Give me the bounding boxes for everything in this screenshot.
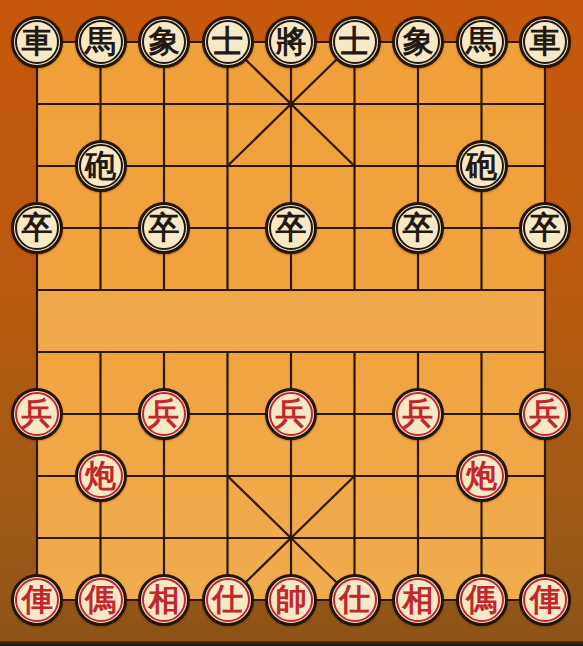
piece-character: 兵 [22,398,53,429]
piece-red-soldier[interactable]: 兵 [265,388,317,440]
piece-character: 卒 [149,212,180,243]
piece-black-soldier[interactable]: 卒 [138,202,190,254]
piece-black-elephant[interactable]: 象 [392,16,444,68]
piece-black-advisor[interactable]: 士 [202,16,254,68]
piece-red-general[interactable]: 帥 [265,574,317,626]
piece-red-advisor[interactable]: 仕 [329,574,381,626]
piece-character: 俥 [22,584,53,615]
piece-character: 馬 [466,26,497,57]
piece-black-cannon[interactable]: 砲 [75,140,127,192]
piece-character: 炮 [466,460,497,491]
piece-red-horse[interactable]: 傌 [456,574,508,626]
piece-black-horse[interactable]: 馬 [456,16,508,68]
piece-character: 卒 [276,212,307,243]
piece-red-cannon[interactable]: 炮 [456,450,508,502]
piece-character: 仕 [212,584,243,615]
piece-character: 士 [339,26,370,57]
piece-red-advisor[interactable]: 仕 [202,574,254,626]
piece-character: 俥 [530,584,561,615]
piece-black-soldier[interactable]: 卒 [519,202,571,254]
piece-black-soldier[interactable]: 卒 [265,202,317,254]
piece-character: 象 [149,26,180,57]
piece-character: 車 [530,26,561,57]
piece-black-general[interactable]: 將 [265,16,317,68]
piece-character: 炮 [85,460,116,491]
piece-black-soldier[interactable]: 卒 [392,202,444,254]
piece-character: 士 [212,26,243,57]
piece-black-chariot[interactable]: 車 [11,16,63,68]
piece-character: 兵 [530,398,561,429]
piece-character: 相 [403,584,434,615]
piece-red-chariot[interactable]: 俥 [11,574,63,626]
piece-black-elephant[interactable]: 象 [138,16,190,68]
piece-character: 兵 [276,398,307,429]
piece-red-soldier[interactable]: 兵 [519,388,571,440]
piece-black-cannon[interactable]: 砲 [456,140,508,192]
piece-black-chariot[interactable]: 車 [519,16,571,68]
piece-black-soldier[interactable]: 卒 [11,202,63,254]
piece-character: 砲 [85,150,116,181]
piece-character: 仕 [339,584,370,615]
piece-red-elephant[interactable]: 相 [392,574,444,626]
piece-character: 砲 [466,150,497,181]
piece-red-elephant[interactable]: 相 [138,574,190,626]
piece-character: 傌 [466,584,497,615]
piece-red-cannon[interactable]: 炮 [75,450,127,502]
piece-black-advisor[interactable]: 士 [329,16,381,68]
bottom-edge-shadow [0,641,583,646]
piece-red-soldier[interactable]: 兵 [392,388,444,440]
piece-black-horse[interactable]: 馬 [75,16,127,68]
piece-red-soldier[interactable]: 兵 [11,388,63,440]
piece-character: 兵 [149,398,180,429]
piece-red-soldier[interactable]: 兵 [138,388,190,440]
piece-character: 卒 [22,212,53,243]
piece-red-chariot[interactable]: 俥 [519,574,571,626]
piece-red-horse[interactable]: 傌 [75,574,127,626]
piece-character: 卒 [530,212,561,243]
piece-character: 傌 [85,584,116,615]
piece-character: 相 [149,584,180,615]
piece-character: 將 [276,26,307,57]
piece-character: 兵 [403,398,434,429]
piece-character: 象 [403,26,434,57]
piece-character: 卒 [403,212,434,243]
piece-character: 帥 [276,584,307,615]
piece-character: 馬 [85,26,116,57]
piece-character: 車 [22,26,53,57]
river-band [38,291,544,351]
xiangqi-board: 車馬象士將士象馬車砲砲卒卒卒卒卒兵兵兵兵兵炮炮俥傌相仕帥仕相傌俥 [0,0,583,646]
